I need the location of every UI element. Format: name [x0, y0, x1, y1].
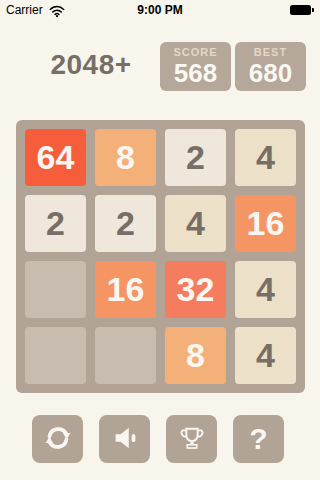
tile: 2	[95, 195, 156, 252]
speaker-icon	[110, 423, 140, 456]
refresh-icon	[43, 423, 73, 456]
tile: 8	[95, 129, 156, 186]
tile: 4	[165, 195, 226, 252]
tile: 4	[235, 327, 296, 384]
question-mark-icon: ?	[249, 422, 267, 456]
tile: 4	[235, 261, 296, 318]
app-title: 2048+	[16, 49, 166, 81]
best-box: BEST 680	[235, 42, 306, 91]
game-board[interactable]: 64 8 2 4 2 2 4 16 16 32 4 8 4	[16, 120, 305, 393]
tile: 2	[25, 195, 86, 252]
tile: 8	[165, 327, 226, 384]
tile: 4	[235, 129, 296, 186]
tile: 64	[25, 129, 86, 186]
tile: 16	[95, 261, 156, 318]
leaderboard-button[interactable]	[166, 415, 217, 463]
trophy-icon	[177, 423, 207, 456]
sound-button[interactable]	[99, 415, 150, 463]
restart-button[interactable]	[32, 415, 83, 463]
status-bar: Carrier 9:00 PM	[0, 0, 320, 20]
tile	[95, 327, 156, 384]
tile	[25, 327, 86, 384]
toolbar: ?	[32, 415, 284, 463]
app-screen: { "game": "2048", "position": "64,8,2,4/…	[0, 0, 320, 480]
score-value: 568	[174, 59, 217, 87]
best-value: 680	[249, 59, 292, 87]
tile	[25, 261, 86, 318]
tile: 2	[165, 129, 226, 186]
score-box: SCORE 568	[160, 42, 231, 91]
clock-label: 9:00 PM	[0, 3, 320, 17]
tile: 16	[235, 195, 296, 252]
help-button[interactable]: ?	[233, 415, 284, 463]
tile: 32	[165, 261, 226, 318]
battery-icon	[290, 5, 314, 15]
